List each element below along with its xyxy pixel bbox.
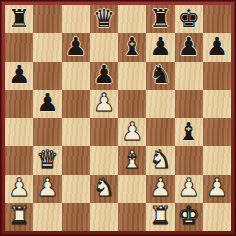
white-king[interactable]: ♚ (177, 203, 199, 228)
black-pawn[interactable]: ♟ (36, 90, 58, 115)
square-e1[interactable] (118, 203, 146, 231)
square-c2[interactable] (62, 175, 90, 203)
black-knight[interactable]: ♞ (149, 62, 171, 87)
square-g4[interactable]: ♝ (175, 118, 203, 146)
white-pawn[interactable]: ♟ (36, 175, 58, 200)
black-rook[interactable]: ♜ (8, 6, 30, 31)
square-d7[interactable] (90, 33, 118, 61)
square-e7[interactable]: ♝ (118, 33, 146, 61)
white-pawn[interactable]: ♟ (206, 175, 228, 200)
square-d4[interactable] (90, 118, 118, 146)
white-knight[interactable]: ♞ (93, 175, 115, 200)
square-c5[interactable] (62, 90, 90, 118)
black-queen[interactable]: ♛ (93, 6, 115, 31)
square-h3[interactable] (203, 146, 231, 174)
square-b4[interactable] (33, 118, 61, 146)
square-h5[interactable] (203, 90, 231, 118)
square-e5[interactable] (118, 90, 146, 118)
black-king[interactable]: ♚ (177, 6, 199, 31)
square-g2[interactable]: ♟ (175, 175, 203, 203)
square-a8[interactable]: ♜ (5, 5, 33, 33)
black-pawn[interactable]: ♟ (64, 34, 86, 59)
black-pawn[interactable]: ♟ (93, 62, 115, 87)
white-knight[interactable]: ♞ (149, 147, 171, 172)
square-a3[interactable] (5, 146, 33, 174)
square-d3[interactable] (90, 146, 118, 174)
white-bishop[interactable]: ♝ (121, 147, 143, 172)
square-f2[interactable]: ♟ (146, 175, 174, 203)
square-d1[interactable] (90, 203, 118, 231)
square-h1[interactable] (203, 203, 231, 231)
square-g7[interactable]: ♟ (175, 33, 203, 61)
square-b2[interactable]: ♟ (33, 175, 61, 203)
square-c8[interactable] (62, 5, 90, 33)
square-e3[interactable]: ♝ (118, 146, 146, 174)
black-pawn[interactable]: ♟ (206, 34, 228, 59)
square-g3[interactable] (175, 146, 203, 174)
square-f1[interactable]: ♜ (146, 203, 174, 231)
white-pawn[interactable]: ♟ (177, 175, 199, 200)
square-c1[interactable] (62, 203, 90, 231)
square-d2[interactable]: ♞ (90, 175, 118, 203)
square-a1[interactable]: ♜ (5, 203, 33, 231)
square-e6[interactable] (118, 62, 146, 90)
square-b1[interactable] (33, 203, 61, 231)
square-a4[interactable] (5, 118, 33, 146)
square-a7[interactable] (5, 33, 33, 61)
square-h7[interactable]: ♟ (203, 33, 231, 61)
square-f8[interactable]: ♜ (146, 5, 174, 33)
square-b5[interactable]: ♟ (33, 90, 61, 118)
square-h4[interactable] (203, 118, 231, 146)
square-f4[interactable] (146, 118, 174, 146)
square-f7[interactable]: ♟ (146, 33, 174, 61)
black-bishop[interactable]: ♝ (121, 34, 143, 59)
black-pawn[interactable]: ♟ (8, 62, 30, 87)
square-b6[interactable] (33, 62, 61, 90)
square-c7[interactable]: ♟ (62, 33, 90, 61)
square-b8[interactable] (33, 5, 61, 33)
square-e4[interactable]: ♟ (118, 118, 146, 146)
square-e2[interactable] (118, 175, 146, 203)
square-g1[interactable]: ♚ (175, 203, 203, 231)
square-d5[interactable]: ♟ (90, 90, 118, 118)
board-frame: ♜♛♜♚♟♝♟♟♟♟♟♞♟♟♟♝♛♝♞♟♟♞♟♟♟♜♜♚ (0, 0, 236, 236)
square-g5[interactable] (175, 90, 203, 118)
square-a6[interactable]: ♟ (5, 62, 33, 90)
square-d6[interactable]: ♟ (90, 62, 118, 90)
square-g6[interactable] (175, 62, 203, 90)
square-a2[interactable]: ♟ (5, 175, 33, 203)
square-d8[interactable]: ♛ (90, 5, 118, 33)
square-g8[interactable]: ♚ (175, 5, 203, 33)
black-pawn[interactable]: ♟ (177, 34, 199, 59)
square-c6[interactable] (62, 62, 90, 90)
square-b7[interactable] (33, 33, 61, 61)
square-c3[interactable] (62, 146, 90, 174)
white-pawn[interactable]: ♟ (93, 90, 115, 115)
white-rook[interactable]: ♜ (8, 203, 30, 228)
square-a5[interactable] (5, 90, 33, 118)
black-pawn[interactable]: ♟ (149, 34, 171, 59)
square-h6[interactable] (203, 62, 231, 90)
white-pawn[interactable]: ♟ (121, 119, 143, 144)
square-c4[interactable] (62, 118, 90, 146)
square-f5[interactable] (146, 90, 174, 118)
square-h2[interactable]: ♟ (203, 175, 231, 203)
square-e8[interactable] (118, 5, 146, 33)
square-f3[interactable]: ♞ (146, 146, 174, 174)
chess-board: ♜♛♜♚♟♝♟♟♟♟♟♞♟♟♟♝♛♝♞♟♟♞♟♟♟♜♜♚ (5, 5, 231, 231)
black-bishop[interactable]: ♝ (177, 119, 199, 144)
white-queen[interactable]: ♛ (36, 147, 58, 172)
square-b3[interactable]: ♛ (33, 146, 61, 174)
square-f6[interactable]: ♞ (146, 62, 174, 90)
white-pawn[interactable]: ♟ (149, 175, 171, 200)
white-pawn[interactable]: ♟ (8, 175, 30, 200)
white-rook[interactable]: ♜ (149, 203, 171, 228)
black-rook[interactable]: ♜ (149, 6, 171, 31)
square-h8[interactable] (203, 5, 231, 33)
